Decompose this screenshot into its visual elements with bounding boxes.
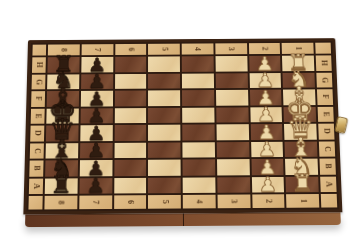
dark-pawn-h7-piece: ♟	[88, 56, 106, 75]
square-g1: ♞	[283, 72, 315, 87]
rank-label: 2	[260, 47, 268, 51]
top-rank-label-cell: 7	[81, 44, 113, 55]
light-pawn-f2-piece: ♟	[256, 88, 275, 108]
rank-label: 7	[91, 200, 99, 204]
rank-label: 5	[161, 200, 169, 204]
light-pawn-b2-piece: ♟	[258, 157, 277, 177]
left-file-label-cell: H	[32, 57, 46, 72]
light-pawn-e2-piece: ♟	[257, 105, 276, 125]
dark-rook-a8-piece: ♜	[50, 173, 73, 197]
square-a6	[114, 177, 147, 193]
square-d5	[148, 125, 180, 141]
rank-label: 5	[160, 47, 168, 51]
square-h4	[182, 56, 214, 71]
left-file-label-cell: A	[29, 178, 43, 194]
rank-label: 8	[60, 48, 68, 52]
square-f2: ♟	[249, 90, 281, 105]
file-label: D	[33, 131, 41, 136]
left-file-label-cell: C	[30, 143, 44, 159]
square-b4	[183, 159, 215, 175]
top-rank-label-cell: 5	[148, 44, 180, 55]
left-file-label-cell: B	[29, 160, 43, 176]
top-rank-label-cell: 1	[282, 43, 314, 54]
dark-pawn-c7-piece: ♟	[87, 141, 106, 161]
top-rank-label-cell: 2	[248, 43, 280, 54]
square-g3	[216, 73, 248, 88]
dark-pawn-b7-piece: ♟	[86, 159, 105, 179]
photo-background: 87654321H♜♟♟♜HG♞♟♟♞GF♝♟♟♝FE♚♟♟♚ED♛♟♟♛DC♝…	[0, 0, 360, 240]
square-e8: ♚	[46, 108, 78, 124]
square-e2: ♟	[250, 107, 282, 123]
file-label: A	[32, 183, 40, 189]
file-label: D	[322, 129, 330, 134]
square-d2: ♟	[250, 124, 282, 140]
square-f1: ♝	[283, 89, 315, 104]
square-d4	[182, 124, 214, 140]
square-e5	[148, 107, 180, 123]
frame-corner	[32, 45, 46, 56]
square-e4	[182, 107, 214, 123]
bottom-rank-label-cell: 2	[252, 194, 285, 208]
file-label: B	[32, 166, 40, 171]
left-file-label-cell: D	[30, 126, 44, 142]
square-f3	[216, 90, 248, 105]
square-a7: ♟	[79, 178, 112, 194]
square-g7: ♟	[81, 74, 113, 89]
rank-label: 4	[194, 47, 202, 51]
square-b2: ♟	[251, 159, 284, 175]
right-file-label-cell: H	[316, 55, 332, 70]
square-f7: ♟	[81, 91, 113, 106]
file-label: C	[323, 146, 331, 152]
chess-set: 87654321H♜♟♟♜HG♞♟♟♞GF♝♟♟♝FE♚♟♟♚ED♛♟♟♛DC♝…	[23, 38, 343, 228]
rank-label: 7	[93, 48, 101, 52]
light-rook-a1-piece: ♜	[291, 171, 314, 195]
right-file-label-cell: A	[320, 176, 336, 192]
rank-label: 4	[195, 200, 203, 204]
frame-corner	[28, 196, 42, 210]
dark-knight-g8-piece: ♞	[52, 69, 74, 92]
file-label: F	[321, 95, 329, 100]
file-label: E	[322, 112, 330, 117]
square-b8: ♞	[45, 160, 78, 176]
frame-corner	[315, 43, 331, 54]
bottom-rank-label-cell: 5	[148, 195, 181, 209]
square-c1: ♝	[285, 141, 318, 157]
light-pawn-g2-piece: ♟	[256, 71, 275, 90]
right-file-label-cell: E	[318, 106, 334, 121]
dark-pawn-a7-piece: ♟	[86, 176, 105, 196]
top-rank-label-cell: 3	[215, 43, 247, 54]
rank-label: 1	[299, 199, 307, 203]
square-b3	[217, 159, 250, 175]
square-a1: ♜	[286, 176, 319, 192]
square-d7: ♟	[80, 125, 112, 141]
square-c5	[148, 142, 180, 158]
file-label: C	[33, 148, 41, 154]
square-b5	[148, 160, 180, 176]
square-c3	[217, 142, 249, 158]
brass-clasp-icon	[334, 116, 348, 134]
file-label: G	[320, 77, 328, 83]
dark-pawn-d7-piece: ♟	[87, 124, 106, 144]
right-file-label-cell: B	[319, 158, 335, 174]
file-label: G	[35, 79, 43, 85]
square-a5	[148, 177, 181, 193]
rank-label: 6	[127, 48, 135, 52]
rank-label: 3	[230, 199, 238, 203]
bottom-rank-label-cell: 6	[114, 195, 147, 209]
chess-board: 87654321H♜♟♟♜HG♞♟♟♞GF♝♟♟♝FE♚♟♟♚ED♛♟♟♛DC♝…	[23, 38, 342, 214]
file-label: F	[34, 97, 42, 102]
square-h8: ♜	[47, 57, 79, 72]
right-file-label-cell: F	[317, 89, 333, 104]
square-f6	[114, 90, 146, 105]
square-f8: ♝	[47, 91, 79, 106]
square-h7: ♟	[81, 57, 113, 72]
square-a2: ♟	[251, 176, 284, 192]
square-h3	[215, 56, 247, 71]
rank-label: 8	[57, 201, 65, 205]
left-file-label-cell: F	[31, 91, 45, 106]
light-pawn-h2-piece: ♟	[255, 54, 274, 73]
file-label: E	[34, 113, 42, 118]
square-c8: ♝	[46, 143, 79, 159]
rank-label: 3	[227, 47, 235, 51]
square-a3	[217, 177, 250, 193]
dark-pawn-f7-piece: ♟	[87, 89, 106, 109]
square-b6	[114, 160, 146, 176]
left-file-label-cell: E	[31, 108, 45, 123]
file-label: A	[324, 181, 332, 187]
light-pawn-c2-piece: ♟	[257, 140, 276, 160]
square-e1: ♚	[284, 106, 316, 122]
left-file-label-cell: G	[32, 74, 46, 89]
square-d3	[216, 124, 248, 140]
light-knight-g1-piece: ♞	[288, 67, 310, 90]
square-b7: ♟	[80, 160, 113, 176]
rank-label: 6	[126, 200, 134, 204]
top-rank-label-cell: 4	[182, 43, 214, 54]
dark-knight-b8-piece: ♞	[50, 155, 73, 179]
light-rook-h1-piece: ♜	[287, 51, 309, 74]
right-file-label-cell: C	[319, 141, 335, 157]
square-h5	[148, 56, 180, 71]
light-knight-b1-piece: ♞	[290, 153, 313, 177]
square-g6	[115, 73, 147, 88]
square-a8: ♜	[45, 178, 78, 194]
rank-label: 2	[264, 199, 272, 203]
square-c7: ♟	[80, 142, 112, 158]
right-file-label-cell: G	[316, 72, 332, 87]
square-b1: ♞	[285, 159, 318, 175]
bottom-rank-label-cell: 4	[183, 195, 216, 209]
dark-pawn-g7-piece: ♟	[88, 72, 106, 91]
fold-seam	[183, 213, 184, 226]
square-g5	[148, 73, 180, 88]
file-label: H	[35, 62, 43, 68]
square-f5	[148, 90, 180, 105]
rank-label: 1	[294, 47, 302, 51]
frame-corner	[321, 194, 337, 208]
square-a4	[183, 177, 216, 193]
light-pawn-a2-piece: ♟	[258, 175, 277, 195]
dark-pawn-e7-piece: ♟	[87, 106, 106, 126]
square-e7: ♟	[80, 108, 112, 124]
square-h6	[115, 57, 147, 72]
square-g4	[182, 73, 214, 88]
square-c2: ♟	[251, 141, 284, 157]
square-g2: ♟	[249, 73, 281, 88]
square-f4	[182, 90, 214, 105]
square-d8: ♛	[46, 125, 78, 141]
square-c6	[114, 142, 146, 158]
bottom-rank-label-cell: 7	[79, 195, 112, 209]
right-file-label-cell: D	[318, 124, 334, 140]
square-h1: ♜	[282, 56, 314, 71]
square-h2: ♟	[249, 56, 281, 71]
bottom-rank-label-cell: 3	[217, 194, 250, 208]
square-g8: ♞	[47, 74, 79, 89]
bottom-rank-label-cell: 8	[44, 196, 77, 210]
square-e6	[114, 108, 146, 124]
bottom-rank-label-cell: 1	[286, 194, 319, 208]
board-side-edge	[25, 212, 342, 227]
square-d1: ♛	[284, 124, 317, 140]
square-d6	[114, 125, 146, 141]
file-label: H	[320, 60, 328, 66]
top-rank-label-cell: 8	[48, 44, 80, 55]
file-label: B	[324, 164, 332, 169]
square-c4	[182, 142, 214, 158]
top-rank-label-cell: 6	[115, 44, 147, 55]
light-pawn-d2-piece: ♟	[257, 123, 276, 143]
dark-rook-h8-piece: ♜	[52, 52, 74, 75]
square-e3	[216, 107, 248, 123]
